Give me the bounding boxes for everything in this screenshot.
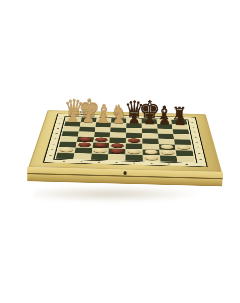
chess-piece-light-pawn: ♟ — [112, 111, 125, 126]
coordinate-dot — [57, 128, 59, 129]
board-square — [177, 156, 195, 162]
checker-cream — [145, 149, 158, 154]
checker-cream — [161, 144, 174, 149]
keyhole — [123, 171, 126, 175]
product-photo: ♛♚♝♞♛♚♝♜♟♟♟♟♟♟♟♟ — [0, 0, 240, 303]
chess-board: ♛♚♝♞♛♚♝♜♟♟♟♟♟♟♟♟ — [28, 110, 222, 172]
checker-cream — [161, 150, 174, 155]
board-square — [73, 153, 91, 159]
coordinate-dot — [60, 119, 62, 120]
board-square — [91, 154, 109, 160]
coordinate-dot — [192, 127, 194, 128]
chess-piece-dark-pawn: ♟ — [158, 112, 171, 127]
board-grid: ♛♚♝♞♛♚♝♜♟♟♟♟♟♟♟♟ — [56, 117, 195, 163]
chess-piece-dark-pawn: ♟ — [143, 112, 156, 127]
board-front-edge — [27, 167, 223, 186]
chess-piece-light-pawn: ♟ — [81, 110, 94, 125]
checker-cream — [145, 155, 158, 160]
chess-piece-light-pawn: ♟ — [66, 110, 79, 125]
board-square — [108, 154, 126, 160]
coordinate-dot — [49, 155, 51, 156]
chess-piece-light-pawn: ♟ — [97, 110, 110, 125]
checker-brown — [111, 143, 124, 148]
checker-brown — [128, 138, 140, 142]
checker-brown — [111, 149, 124, 154]
board-square — [160, 156, 178, 162]
chess-piece-dark-pawn: ♟ — [174, 112, 187, 127]
checker-cream — [128, 149, 141, 154]
board-square — [125, 155, 142, 161]
board-square — [56, 153, 75, 159]
chess-piece-dark-pawn: ♟ — [128, 111, 141, 126]
scene: ♛♚♝♞♛♚♝♜♟♟♟♟♟♟♟♟ — [0, 0, 240, 292]
